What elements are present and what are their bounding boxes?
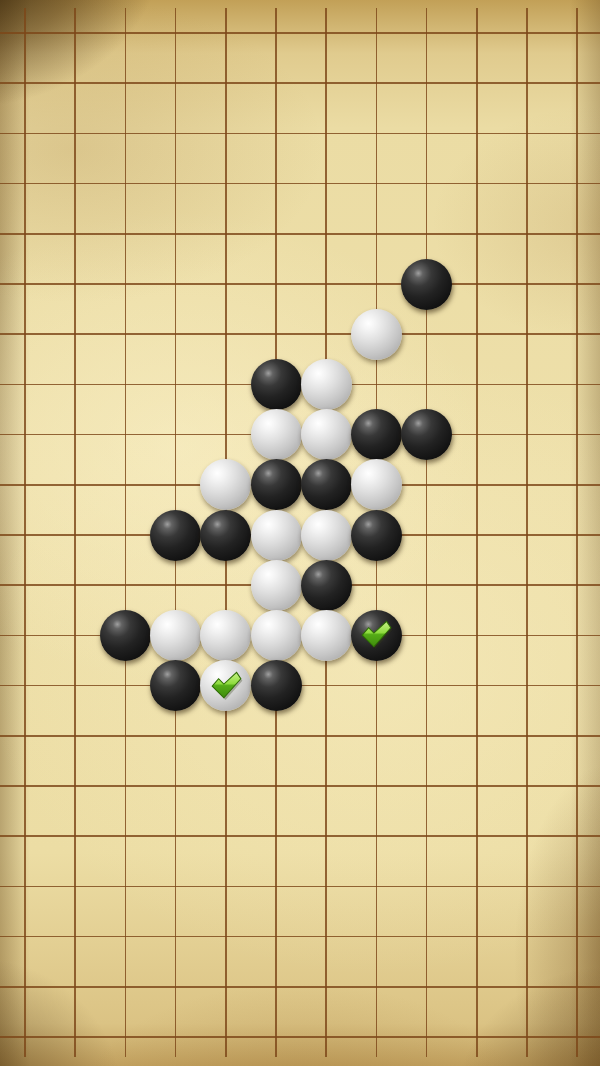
white-stone — [251, 610, 302, 661]
black-stone — [100, 610, 151, 661]
white-stone — [251, 510, 302, 561]
black-stone — [251, 459, 302, 510]
black-stone — [351, 610, 402, 661]
white-stone — [200, 660, 251, 711]
white-stone — [251, 409, 302, 460]
black-stone — [251, 660, 302, 711]
white-stone — [301, 409, 352, 460]
white-stone — [251, 560, 302, 611]
white-stone — [150, 610, 201, 661]
last-move-check-icon — [358, 619, 394, 649]
black-stone — [351, 409, 402, 460]
black-stone — [301, 560, 352, 611]
black-stone — [351, 510, 402, 561]
white-stone — [301, 359, 352, 410]
white-stone — [351, 309, 402, 360]
black-stone — [401, 259, 452, 310]
white-stone — [200, 459, 251, 510]
white-stone — [200, 610, 251, 661]
board-stones — [0, 0, 600, 1066]
black-stone — [150, 510, 201, 561]
black-stone — [301, 459, 352, 510]
last-move-check-icon — [208, 670, 244, 700]
black-stone — [200, 510, 251, 561]
black-stone — [150, 660, 201, 711]
gomoku-board[interactable] — [0, 0, 600, 1066]
white-stone — [301, 510, 352, 561]
white-stone — [351, 459, 402, 510]
black-stone — [401, 409, 452, 460]
white-stone — [301, 610, 352, 661]
black-stone — [251, 359, 302, 410]
